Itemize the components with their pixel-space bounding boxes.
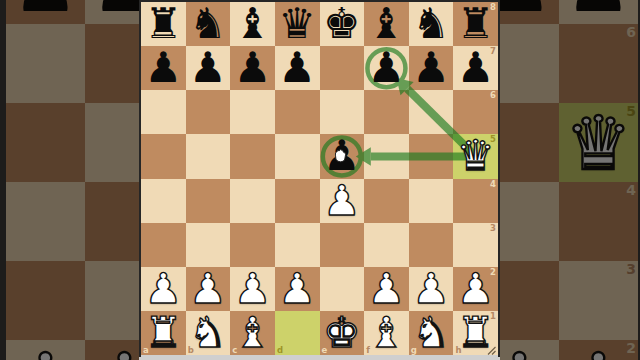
black-pawn[interactable]: ♟ xyxy=(364,46,409,90)
black-pawn[interactable]: ♟ xyxy=(409,46,454,90)
square-a6[interactable] xyxy=(141,90,186,134)
square-g6[interactable] xyxy=(409,90,454,134)
square-c7[interactable]: ♟ xyxy=(230,46,275,90)
square-e1[interactable]: e♚ xyxy=(320,311,365,355)
chess-board-grid[interactable]: ♜♞♝♛♚♝♞8♜♟♟♟♟♟♟7♟6♟5♛♟43♟♟♟♟♟♟2♟a♜b♞c♝de… xyxy=(141,2,498,355)
square-f1[interactable]: f♝ xyxy=(364,311,409,355)
square-h3[interactable]: 3 xyxy=(453,223,498,267)
square-f3[interactable] xyxy=(364,223,409,267)
white-pawn[interactable]: ♟ xyxy=(186,267,231,311)
square-e7[interactable] xyxy=(320,46,365,90)
black-rook[interactable]: ♜ xyxy=(453,2,498,46)
square-d3[interactable] xyxy=(275,223,320,267)
square-b7[interactable]: ♟ xyxy=(186,46,231,90)
white-pawn[interactable]: ♟ xyxy=(141,267,186,311)
square-b5[interactable] xyxy=(186,134,231,178)
white-pawn[interactable]: ♟ xyxy=(230,267,275,311)
square-f4[interactable] xyxy=(364,179,409,223)
square-a8[interactable]: ♜ xyxy=(141,2,186,46)
square-b4[interactable] xyxy=(186,179,231,223)
square-d8[interactable]: ♛ xyxy=(275,2,320,46)
rank-label-6: 6 xyxy=(490,91,496,100)
black-queen[interactable]: ♛ xyxy=(275,2,320,46)
black-pawn[interactable]: ♟ xyxy=(141,46,186,90)
square-c3[interactable] xyxy=(230,223,275,267)
main-board[interactable]: ♜♞♝♛♚♝♞8♜♟♟♟♟♟♟7♟6♟5♛♟43♟♟♟♟♟♟2♟a♜b♞c♝de… xyxy=(139,0,500,357)
square-c5[interactable] xyxy=(230,134,275,178)
square-c1[interactable]: c♝ xyxy=(230,311,275,355)
black-bishop[interactable]: ♝ xyxy=(230,2,275,46)
square-e3[interactable] xyxy=(320,223,365,267)
square-d4[interactable] xyxy=(275,179,320,223)
square-b8[interactable]: ♞ xyxy=(186,2,231,46)
square-g1[interactable]: g♞ xyxy=(409,311,454,355)
white-pawn[interactable]: ♟ xyxy=(320,179,365,223)
square-f2[interactable]: ♟ xyxy=(364,267,409,311)
white-knight[interactable]: ♞ xyxy=(186,311,231,355)
square-h2[interactable]: 2♟ xyxy=(453,267,498,311)
square-g4[interactable] xyxy=(409,179,454,223)
white-queen[interactable]: ♛ xyxy=(453,134,498,178)
black-pawn[interactable]: ♟ xyxy=(230,46,275,90)
square-a4[interactable] xyxy=(141,179,186,223)
hand-cursor-icon xyxy=(331,148,347,164)
white-rook[interactable]: ♜ xyxy=(141,311,186,355)
square-g5[interactable] xyxy=(409,134,454,178)
board-resize-handle[interactable] xyxy=(487,346,496,355)
white-pawn[interactable]: ♟ xyxy=(364,267,409,311)
white-pawn[interactable]: ♟ xyxy=(409,267,454,311)
black-pawn[interactable]: ♟ xyxy=(186,46,231,90)
square-b6[interactable] xyxy=(186,90,231,134)
square-g8[interactable]: ♞ xyxy=(409,2,454,46)
white-king[interactable]: ♚ xyxy=(320,311,365,355)
square-h6[interactable]: 6 xyxy=(453,90,498,134)
square-a2[interactable]: ♟ xyxy=(141,267,186,311)
white-pawn[interactable]: ♟ xyxy=(275,267,320,311)
square-h5[interactable]: 5♛ xyxy=(453,134,498,178)
black-knight[interactable]: ♞ xyxy=(409,2,454,46)
square-d2[interactable]: ♟ xyxy=(275,267,320,311)
square-h8[interactable]: 8♜ xyxy=(453,2,498,46)
video-frame: ♜♞♝♛♚♝♞8♜♟♟♟♟♟♟7♟6♟5♛♟43♟♟♟♟♟♟2♟♜♞♝♚♝♞1♜… xyxy=(0,0,640,360)
black-pawn[interactable]: ♟ xyxy=(275,46,320,90)
square-d6[interactable] xyxy=(275,90,320,134)
black-pawn[interactable]: ♟ xyxy=(453,46,498,90)
square-f8[interactable]: ♝ xyxy=(364,2,409,46)
file-label-d: d xyxy=(277,346,283,355)
square-a7[interactable]: ♟ xyxy=(141,46,186,90)
square-c2[interactable]: ♟ xyxy=(230,267,275,311)
square-d1[interactable]: d xyxy=(275,311,320,355)
square-f6[interactable] xyxy=(364,90,409,134)
square-b2[interactable]: ♟ xyxy=(186,267,231,311)
square-a1[interactable]: a♜ xyxy=(141,311,186,355)
square-g7[interactable]: ♟ xyxy=(409,46,454,90)
white-knight[interactable]: ♞ xyxy=(409,311,454,355)
square-b1[interactable]: b♞ xyxy=(186,311,231,355)
square-h4[interactable]: 4 xyxy=(453,179,498,223)
black-rook[interactable]: ♜ xyxy=(141,2,186,46)
square-h7[interactable]: 7♟ xyxy=(453,46,498,90)
square-e2[interactable] xyxy=(320,267,365,311)
square-c4[interactable] xyxy=(230,179,275,223)
square-e8[interactable]: ♚ xyxy=(320,2,365,46)
square-g3[interactable] xyxy=(409,223,454,267)
square-b3[interactable] xyxy=(186,223,231,267)
white-bishop[interactable]: ♝ xyxy=(230,311,275,355)
square-f7[interactable]: ♟ xyxy=(364,46,409,90)
black-bishop[interactable]: ♝ xyxy=(364,2,409,46)
rank-label-4: 4 xyxy=(490,180,496,189)
square-a5[interactable] xyxy=(141,134,186,178)
square-g2[interactable]: ♟ xyxy=(409,267,454,311)
white-bishop[interactable]: ♝ xyxy=(364,311,409,355)
square-c6[interactable] xyxy=(230,90,275,134)
rank-label-3: 3 xyxy=(490,224,496,233)
square-e4[interactable]: ♟ xyxy=(320,179,365,223)
black-knight[interactable]: ♞ xyxy=(186,2,231,46)
black-king[interactable]: ♚ xyxy=(320,2,365,46)
square-f5[interactable] xyxy=(364,134,409,178)
square-d5[interactable] xyxy=(275,134,320,178)
square-d7[interactable]: ♟ xyxy=(275,46,320,90)
square-c8[interactable]: ♝ xyxy=(230,2,275,46)
square-a3[interactable] xyxy=(141,223,186,267)
white-pawn[interactable]: ♟ xyxy=(453,267,498,311)
square-e6[interactable] xyxy=(320,90,365,134)
